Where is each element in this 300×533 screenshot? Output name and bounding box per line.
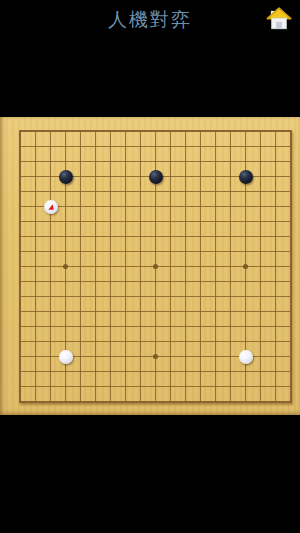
go-board[interactable] bbox=[0, 117, 300, 415]
star-point bbox=[63, 264, 68, 269]
board-grid[interactable] bbox=[20, 131, 291, 402]
home-icon bbox=[266, 6, 292, 32]
star-point bbox=[153, 354, 158, 359]
home-button[interactable] bbox=[265, 5, 293, 33]
page-title: 人機對弈 bbox=[0, 8, 300, 30]
black-stone bbox=[149, 170, 163, 184]
black-stone bbox=[59, 170, 73, 184]
app-screen: 人機對弈 bbox=[0, 0, 300, 533]
star-point bbox=[153, 264, 158, 269]
star-point bbox=[243, 264, 248, 269]
white-stone bbox=[44, 200, 58, 214]
white-stone bbox=[239, 350, 253, 364]
white-stone bbox=[59, 350, 73, 364]
black-stone bbox=[239, 170, 253, 184]
title-bar: 人機對弈 bbox=[0, 0, 300, 38]
last-move-marker-icon bbox=[47, 203, 55, 211]
